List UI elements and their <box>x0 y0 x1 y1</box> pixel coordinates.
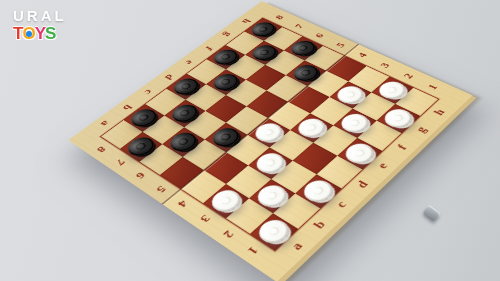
logo-letter-o: O <box>22 25 34 42</box>
ural-toys-logo: URAL TOYS <box>13 8 67 42</box>
logo-letter-y: Y <box>35 25 45 42</box>
logo-line-toys: TOYS <box>13 25 67 42</box>
logo-letter-t: T <box>13 25 22 42</box>
logo-line-ural: URAL <box>13 8 67 23</box>
logo-o-dot <box>26 31 32 37</box>
metal-latch <box>422 205 441 223</box>
product-photo-stage: URAL TOYS abcdefgh abcdefgh 87654321 876… <box>0 0 500 281</box>
checkers-board: abcdefgh abcdefgh 87654321 87654321 <box>68 1 472 281</box>
logo-letter-s: S <box>45 25 55 42</box>
